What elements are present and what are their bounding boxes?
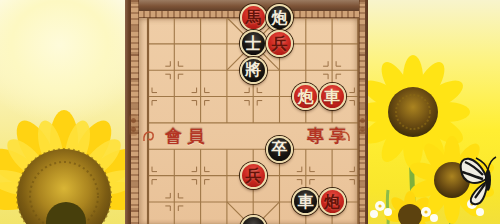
board-frame-left-pattern <box>131 0 140 224</box>
background-right-sunflowers <box>368 0 500 224</box>
piece-black-soldier[interactable]: 卒 <box>266 136 293 163</box>
butterfly-icon <box>456 146 500 210</box>
frame-ornament-left <box>129 114 138 136</box>
frame-ornament-right <box>358 114 367 136</box>
piece-black-general[interactable]: 將 <box>240 57 267 84</box>
piece-red-cannon[interactable]: 炮 <box>319 188 346 215</box>
background-left-sunflowers <box>0 0 125 224</box>
piece-red-chariot[interactable]: 車 <box>319 83 346 110</box>
piece-red-horse[interactable]: 馬 <box>240 4 267 31</box>
board-frame-right <box>365 0 369 224</box>
xiangqi-board[interactable]: 會員 專享 馬炮士兵將炮車卒兵車炮 <box>125 0 368 224</box>
river-ornament-left-icon <box>142 128 156 144</box>
sunflower-icon <box>0 96 125 224</box>
river-ornament-right-icon <box>337 128 351 144</box>
game-screen: 會員 專享 馬炮士兵將炮車卒兵車炮 <box>0 0 500 224</box>
piece-black-advisor[interactable]: 士 <box>240 30 267 57</box>
piece-black-cannon[interactable]: 炮 <box>266 4 293 31</box>
piece-red-soldier[interactable]: 兵 <box>240 162 267 189</box>
river-label-left: 會員 <box>165 128 209 145</box>
